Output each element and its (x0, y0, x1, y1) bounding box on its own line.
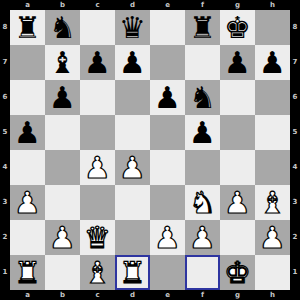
coord-file-d-bottom: d (130, 290, 135, 300)
white-knight-icon: ♞ (189, 185, 216, 220)
square-e3[interactable] (150, 185, 185, 220)
square-a1[interactable]: ♜ (10, 255, 45, 290)
square-d1[interactable]: ♜ (115, 255, 150, 290)
square-e1[interactable] (150, 255, 185, 290)
square-c8[interactable] (80, 10, 115, 45)
square-d8[interactable]: ♛ (115, 10, 150, 45)
square-e7[interactable] (150, 45, 185, 80)
coord-file-h-bottom: h (270, 290, 275, 300)
white-pawn-icon: ♟ (189, 220, 216, 255)
square-c5[interactable] (80, 115, 115, 150)
square-h3[interactable]: ♝ (255, 185, 290, 220)
coord-rank-6-right: 6 (290, 80, 300, 115)
white-bishop-icon: ♝ (84, 255, 111, 290)
white-pawn-icon: ♟ (224, 185, 251, 220)
square-f8[interactable]: ♜ (185, 10, 220, 45)
black-pawn-icon: ♟ (84, 45, 111, 80)
square-e8[interactable] (150, 10, 185, 45)
square-g2[interactable] (220, 220, 255, 255)
square-h6[interactable] (255, 80, 290, 115)
square-g5[interactable] (220, 115, 255, 150)
white-rook-icon: ♜ (14, 255, 41, 290)
square-f7[interactable] (185, 45, 220, 80)
black-queen-icon: ♛ (119, 10, 146, 45)
coord-rank-2-left: 2 (0, 220, 10, 255)
square-a4[interactable] (10, 150, 45, 185)
square-h8[interactable] (255, 10, 290, 45)
square-e6[interactable]: ♟ (150, 80, 185, 115)
square-h1[interactable] (255, 255, 290, 290)
coord-rank-6-left: 6 (0, 80, 10, 115)
white-pawn-icon: ♟ (14, 185, 41, 220)
coord-rank-5-left: 5 (0, 115, 10, 150)
chess-board-frame: ♜♞♛♜♚♝♟♟♟♟♟♟♞♟♟♟♟♟♞♟♝♟♛♟♟♟♜♝♜♚ aabbccdde… (0, 0, 300, 300)
white-pawn-icon: ♟ (259, 220, 286, 255)
square-c2[interactable]: ♛ (80, 220, 115, 255)
square-h2[interactable]: ♟ (255, 220, 290, 255)
square-g1[interactable]: ♚ (220, 255, 255, 290)
coord-file-d-top: d (130, 0, 135, 10)
square-f3[interactable]: ♞ (185, 185, 220, 220)
square-d6[interactable] (115, 80, 150, 115)
white-pawn-icon: ♟ (154, 220, 181, 255)
white-queen-icon: ♛ (84, 220, 111, 255)
square-d5[interactable] (115, 115, 150, 150)
square-e2[interactable]: ♟ (150, 220, 185, 255)
square-h4[interactable] (255, 150, 290, 185)
white-pawn-icon: ♟ (84, 150, 111, 185)
black-pawn-icon: ♟ (14, 115, 41, 150)
square-h5[interactable] (255, 115, 290, 150)
square-b4[interactable] (45, 150, 80, 185)
coord-file-c-top: c (95, 0, 99, 10)
square-f6[interactable]: ♞ (185, 80, 220, 115)
square-d4[interactable]: ♟ (115, 150, 150, 185)
white-rook-icon: ♜ (119, 255, 146, 290)
coord-file-g-bottom: g (235, 290, 240, 300)
coord-file-a-bottom: a (25, 290, 30, 300)
square-b5[interactable] (45, 115, 80, 150)
coord-rank-7-left: 7 (0, 45, 10, 80)
square-c3[interactable] (80, 185, 115, 220)
coord-file-e-bottom: e (165, 290, 170, 300)
coord-file-b-top: b (60, 0, 65, 10)
square-c6[interactable] (80, 80, 115, 115)
coord-file-f-top: f (201, 0, 204, 10)
square-e5[interactable] (150, 115, 185, 150)
square-g8[interactable]: ♚ (220, 10, 255, 45)
black-pawn-icon: ♟ (189, 115, 216, 150)
white-king-icon: ♚ (224, 255, 251, 290)
coord-rank-5-right: 5 (290, 115, 300, 150)
square-f1[interactable] (185, 255, 220, 290)
black-pawn-icon: ♟ (49, 80, 76, 115)
coord-rank-4-right: 4 (290, 150, 300, 185)
square-g4[interactable] (220, 150, 255, 185)
black-pawn-icon: ♟ (119, 45, 146, 80)
square-h7[interactable]: ♟ (255, 45, 290, 80)
coord-rank-8-right: 8 (290, 10, 300, 45)
coord-file-h-top: h (270, 0, 275, 10)
black-rook-icon: ♜ (14, 10, 41, 45)
square-b8[interactable]: ♞ (45, 10, 80, 45)
square-b3[interactable] (45, 185, 80, 220)
square-b2[interactable]: ♟ (45, 220, 80, 255)
square-f4[interactable] (185, 150, 220, 185)
square-a5[interactable]: ♟ (10, 115, 45, 150)
square-b7[interactable]: ♝ (45, 45, 80, 80)
square-g6[interactable] (220, 80, 255, 115)
white-pawn-icon: ♟ (119, 150, 146, 185)
coord-file-c-bottom: c (95, 290, 99, 300)
square-b6[interactable]: ♟ (45, 80, 80, 115)
black-knight-icon: ♞ (189, 80, 216, 115)
square-f5[interactable]: ♟ (185, 115, 220, 150)
square-c7[interactable]: ♟ (80, 45, 115, 80)
square-a3[interactable]: ♟ (10, 185, 45, 220)
coord-rank-1-left: 1 (0, 255, 10, 290)
coord-rank-4-left: 4 (0, 150, 10, 185)
square-f2[interactable]: ♟ (185, 220, 220, 255)
white-bishop-icon: ♝ (259, 185, 286, 220)
square-d2[interactable] (115, 220, 150, 255)
square-c1[interactable]: ♝ (80, 255, 115, 290)
coord-rank-3-right: 3 (290, 185, 300, 220)
black-bishop-icon: ♝ (49, 45, 76, 80)
coord-file-f-bottom: f (201, 290, 204, 300)
square-a6[interactable] (10, 80, 45, 115)
square-g3[interactable]: ♟ (220, 185, 255, 220)
square-g7[interactable]: ♟ (220, 45, 255, 80)
square-a8[interactable]: ♜ (10, 10, 45, 45)
black-knight-icon: ♞ (49, 10, 76, 45)
square-d7[interactable]: ♟ (115, 45, 150, 80)
coord-rank-2-right: 2 (290, 220, 300, 255)
chess-board: ♜♞♛♜♚♝♟♟♟♟♟♟♞♟♟♟♟♟♞♟♝♟♛♟♟♟♜♝♜♚ (10, 10, 290, 290)
square-e4[interactable] (150, 150, 185, 185)
coord-file-e-top: e (165, 0, 170, 10)
coord-rank-8-left: 8 (0, 10, 10, 45)
coord-file-b-bottom: b (60, 290, 65, 300)
coord-file-g-top: g (235, 0, 240, 10)
square-d3[interactable] (115, 185, 150, 220)
square-c4[interactable]: ♟ (80, 150, 115, 185)
coord-rank-1-right: 1 (290, 255, 300, 290)
black-pawn-icon: ♟ (154, 80, 181, 115)
black-pawn-icon: ♟ (259, 45, 286, 80)
coord-rank-7-right: 7 (290, 45, 300, 80)
black-rook-icon: ♜ (189, 10, 216, 45)
coord-file-a-top: a (25, 0, 30, 10)
black-pawn-icon: ♟ (224, 45, 251, 80)
white-pawn-icon: ♟ (49, 220, 76, 255)
square-a2[interactable] (10, 220, 45, 255)
square-b1[interactable] (45, 255, 80, 290)
coord-rank-3-left: 3 (0, 185, 10, 220)
square-a7[interactable] (10, 45, 45, 80)
black-king-icon: ♚ (224, 10, 251, 45)
